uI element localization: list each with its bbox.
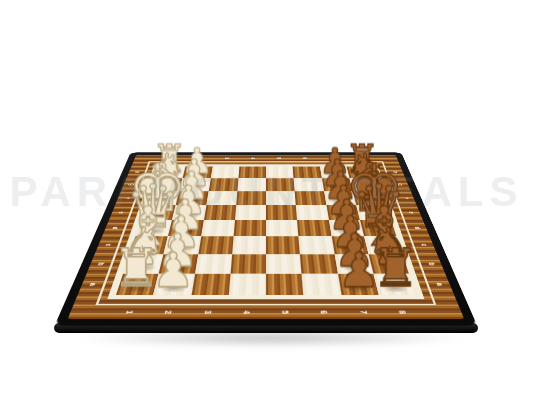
white-pawn[interactable]: ♟ [152, 249, 195, 292]
square-a7[interactable]: ♟ [337, 274, 378, 295]
square-c6[interactable] [299, 236, 335, 254]
square-a2[interactable]: ♟ [154, 274, 195, 295]
chess-set-photo: 12345678 12345678 hgfedcba hgfedcba ♜♟♟♜… [0, 0, 533, 401]
square-c3[interactable] [198, 236, 234, 254]
watermark-text: PARAMOUNT DEALS [0, 168, 533, 216]
square-b3[interactable] [195, 254, 232, 273]
square-b6[interactable] [300, 254, 337, 273]
square-d5[interactable] [266, 220, 299, 236]
square-d3[interactable] [201, 220, 235, 236]
square-b5[interactable] [266, 254, 302, 273]
square-b4[interactable] [230, 254, 266, 273]
square-c4[interactable] [232, 236, 266, 254]
brown-pawn[interactable]: ♟ [338, 249, 381, 292]
square-c5[interactable] [266, 236, 300, 254]
square-d4[interactable] [233, 220, 266, 236]
square-d6[interactable] [297, 220, 331, 236]
